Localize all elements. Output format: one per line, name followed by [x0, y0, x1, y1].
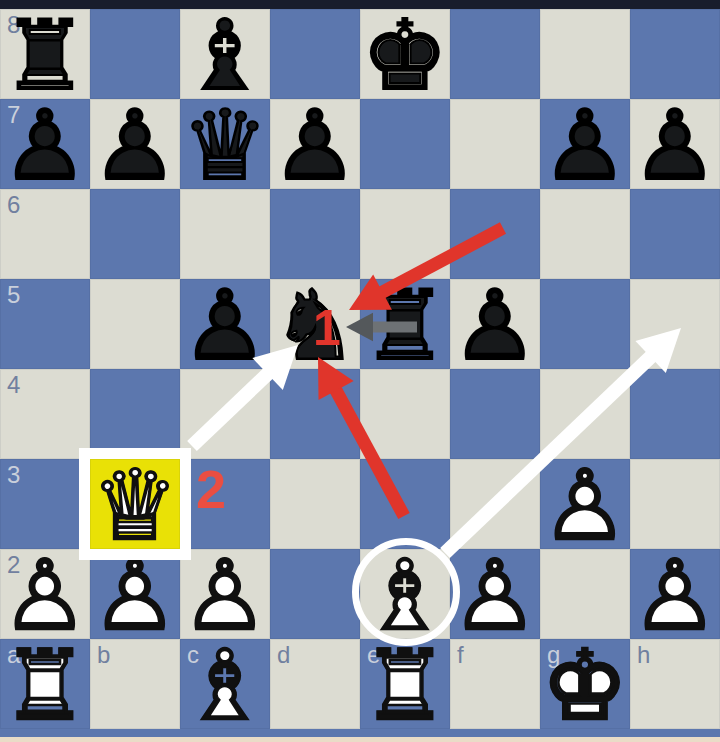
bishop-circle-annotation: [352, 538, 460, 646]
square-b4[interactable]: [90, 369, 180, 459]
square-b5[interactable]: [90, 279, 180, 369]
black-king[interactable]: ♚♔: [360, 9, 450, 99]
white-pawn[interactable]: ♟♙: [540, 459, 630, 549]
square-a5[interactable]: 5: [0, 279, 90, 369]
move-label-2: 2: [196, 458, 226, 520]
square-e1[interactable]: e♜♖: [360, 639, 450, 729]
piece-outline: ♗: [180, 9, 270, 99]
white-rook[interactable]: ♜♖: [360, 639, 450, 729]
square-h7[interactable]: ♟♙: [630, 99, 720, 189]
square-c2[interactable]: ♟♙: [180, 549, 270, 639]
square-b2[interactable]: ♟♙: [90, 549, 180, 639]
square-f1[interactable]: f: [450, 639, 540, 729]
black-pawn[interactable]: ♟♙: [0, 99, 90, 189]
piece-outline: ♙: [270, 99, 360, 189]
black-rook[interactable]: ♜♖: [0, 9, 90, 99]
label-rank-4: 4: [7, 371, 20, 399]
square-h1[interactable]: h: [630, 639, 720, 729]
square-e4[interactable]: [360, 369, 450, 459]
label-file-h: h: [637, 641, 650, 669]
square-h2[interactable]: ♟♙: [630, 549, 720, 639]
square-c7[interactable]: ♛♕: [180, 99, 270, 189]
piece-outline: ♖: [360, 639, 450, 729]
black-bishop[interactable]: ♝♗: [180, 9, 270, 99]
square-a2[interactable]: 2♟♙: [0, 549, 90, 639]
piece-outline: ♙: [90, 99, 180, 189]
black-pawn[interactable]: ♟♙: [450, 279, 540, 369]
label-file-b: b: [97, 641, 110, 669]
label-rank-5: 5: [7, 281, 20, 309]
piece-outline: ♔: [360, 9, 450, 99]
chess-app-screen: 8♜♖♝♗♚♔7♟♙♟♙♛♕♟♙♟♙♟♙65♟♙♞♘♜♖♟♙43♛♕♟♙2♟♙♟…: [0, 0, 720, 742]
square-f6[interactable]: [450, 189, 540, 279]
square-f7[interactable]: [450, 99, 540, 189]
white-pawn[interactable]: ♟♙: [90, 549, 180, 639]
square-d2[interactable]: [270, 549, 360, 639]
label-file-f: f: [457, 641, 464, 669]
square-f3[interactable]: [450, 459, 540, 549]
square-g3[interactable]: ♟♙: [540, 459, 630, 549]
black-queen[interactable]: ♛♕: [180, 99, 270, 189]
piece-outline: ♖: [360, 279, 450, 369]
white-bishop[interactable]: ♝♗: [180, 639, 270, 729]
square-b7[interactable]: ♟♙: [90, 99, 180, 189]
piece-outline: ♙: [450, 549, 540, 639]
square-a8[interactable]: 8♜♖: [0, 9, 90, 99]
square-a1[interactable]: a♜♖: [0, 639, 90, 729]
piece-outline: ♕: [180, 99, 270, 189]
piece-outline: ♙: [630, 549, 720, 639]
white-king[interactable]: ♚♔: [540, 639, 630, 729]
square-d6[interactable]: [270, 189, 360, 279]
white-queen[interactable]: ♛♕: [90, 459, 180, 549]
square-f5[interactable]: ♟♙: [450, 279, 540, 369]
piece-outline: ♙: [180, 279, 270, 369]
square-f2[interactable]: ♟♙: [450, 549, 540, 639]
black-pawn[interactable]: ♟♙: [270, 99, 360, 189]
square-g1[interactable]: g♚♔: [540, 639, 630, 729]
square-h8[interactable]: [630, 9, 720, 99]
white-pawn[interactable]: ♟♙: [630, 549, 720, 639]
square-g2[interactable]: [540, 549, 630, 639]
piece-outline: ♙: [540, 459, 630, 549]
square-e6[interactable]: [360, 189, 450, 279]
label-rank-3: 3: [7, 461, 20, 489]
square-h6[interactable]: [630, 189, 720, 279]
square-d8[interactable]: [270, 9, 360, 99]
square-g8[interactable]: [540, 9, 630, 99]
piece-outline: ♙: [90, 549, 180, 639]
piece-outline: ♙: [540, 99, 630, 189]
label-rank-6: 6: [7, 191, 20, 219]
square-c6[interactable]: [180, 189, 270, 279]
square-h5[interactable]: [630, 279, 720, 369]
piece-outline: ♙: [0, 549, 90, 639]
black-pawn[interactable]: ♟♙: [540, 99, 630, 189]
top-bar: [0, 0, 720, 9]
square-c4[interactable]: [180, 369, 270, 459]
square-g7[interactable]: ♟♙: [540, 99, 630, 189]
square-h3[interactable]: [630, 459, 720, 549]
square-f8[interactable]: [450, 9, 540, 99]
square-c1[interactable]: c♝♗: [180, 639, 270, 729]
label-file-d: d: [277, 641, 290, 669]
square-a6[interactable]: 6: [0, 189, 90, 279]
move-label-1: 1: [313, 299, 341, 357]
square-a7[interactable]: 7♟♙: [0, 99, 90, 189]
square-e5[interactable]: ♜♖: [360, 279, 450, 369]
square-e7[interactable]: [360, 99, 450, 189]
square-b6[interactable]: [90, 189, 180, 279]
square-c8[interactable]: ♝♗: [180, 9, 270, 99]
square-b3[interactable]: ♛♕: [90, 459, 180, 549]
square-h4[interactable]: [630, 369, 720, 459]
square-b8[interactable]: [90, 9, 180, 99]
white-pawn[interactable]: ♟♙: [450, 549, 540, 639]
square-f4[interactable]: [450, 369, 540, 459]
square-a3[interactable]: 3: [0, 459, 90, 549]
square-d4[interactable]: [270, 369, 360, 459]
square-g6[interactable]: [540, 189, 630, 279]
square-d3[interactable]: [270, 459, 360, 549]
white-rook[interactable]: ♜♖: [0, 639, 90, 729]
square-d1[interactable]: d: [270, 639, 360, 729]
square-a4[interactable]: 4: [0, 369, 90, 459]
piece-outline: ♙: [180, 549, 270, 639]
black-rook[interactable]: ♜♖: [360, 279, 450, 369]
square-c5[interactable]: ♟♙: [180, 279, 270, 369]
white-pawn[interactable]: ♟♙: [180, 549, 270, 639]
piece-outline: ♗: [180, 639, 270, 729]
square-g5[interactable]: [540, 279, 630, 369]
square-e8[interactable]: ♚♔: [360, 9, 450, 99]
black-pawn[interactable]: ♟♙: [90, 99, 180, 189]
square-e3[interactable]: [360, 459, 450, 549]
piece-outline: ♙: [0, 99, 90, 189]
piece-outline: ♙: [450, 279, 540, 369]
piece-outline: ♙: [630, 99, 720, 189]
piece-outline: ♖: [0, 9, 90, 99]
square-d7[interactable]: ♟♙: [270, 99, 360, 189]
piece-outline: ♖: [0, 639, 90, 729]
black-pawn[interactable]: ♟♙: [180, 279, 270, 369]
square-g4[interactable]: [540, 369, 630, 459]
piece-outline: ♕: [90, 459, 180, 549]
black-pawn[interactable]: ♟♙: [630, 99, 720, 189]
piece-outline: ♔: [540, 639, 630, 729]
white-pawn[interactable]: ♟♙: [0, 549, 90, 639]
square-b1[interactable]: b: [90, 639, 180, 729]
